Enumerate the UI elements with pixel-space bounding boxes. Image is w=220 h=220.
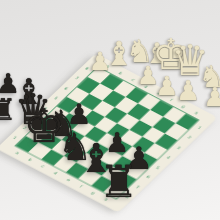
coordinate-label: g bbox=[90, 191, 96, 195]
coordinate-label: 1 bbox=[197, 126, 203, 130]
coordinate-label: 6 bbox=[63, 86, 69, 90]
coordinate-label: c bbox=[40, 164, 45, 168]
coordinate-label: 6 bbox=[145, 175, 151, 179]
black-rook[interactable]: ♜ bbox=[99, 160, 138, 204]
coordinate-label: 5 bbox=[155, 165, 161, 169]
coordinate-label: 4 bbox=[166, 155, 172, 159]
chess-set-photo: abcdefgh abcdefgh 87654321 12345678 ♟♝♞♟… bbox=[0, 0, 220, 220]
white-pawn[interactable]: ♟ bbox=[203, 84, 220, 110]
coordinate-label: e bbox=[66, 178, 72, 182]
coordinate-label: 7 bbox=[74, 76, 80, 80]
coordinate-label: f bbox=[79, 185, 84, 189]
coordinate-label: b bbox=[27, 158, 33, 162]
coordinate-label: 3 bbox=[176, 146, 182, 150]
white-pawn[interactable]: ♟ bbox=[89, 49, 111, 74]
white-pawn[interactable]: ♟ bbox=[176, 77, 200, 104]
coordinate-label: 2 bbox=[186, 136, 192, 140]
coordinate-label: c bbox=[131, 78, 136, 82]
coordinate-label: a bbox=[14, 151, 20, 155]
coordinate-label: 1 bbox=[12, 136, 18, 140]
coordinate-label: h bbox=[194, 111, 200, 115]
coordinate-label: d bbox=[53, 171, 59, 175]
